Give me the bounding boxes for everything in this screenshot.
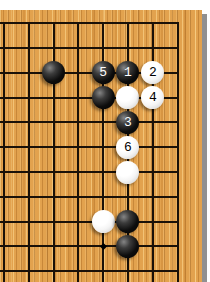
- intersection-R19[interactable]: [116, 11, 141, 36]
- intersection-Q12[interactable]: [91, 184, 116, 209]
- intersection-R17[interactable]: 1: [116, 60, 141, 85]
- move-number-2: 2: [141, 61, 164, 84]
- stone-white-r13: [116, 161, 139, 184]
- intersection-O10[interactable]: [41, 234, 66, 259]
- stone-black-q17: 5: [92, 61, 115, 84]
- intersection-T16[interactable]: [165, 85, 190, 110]
- intersection-R13[interactable]: [116, 160, 141, 185]
- intersection-M19[interactable]: [0, 11, 16, 36]
- intersection-M16[interactable]: [0, 85, 16, 110]
- stone-white-r14: 6: [116, 136, 139, 159]
- intersection-S17[interactable]: 2: [140, 60, 165, 85]
- intersection-O13[interactable]: [41, 160, 66, 185]
- intersection-N9[interactable]: [16, 259, 41, 282]
- intersection-P13[interactable]: [66, 160, 91, 185]
- move-number-4: 4: [141, 86, 164, 109]
- go-diagram: 512436: [0, 0, 210, 282]
- move-number-5: 5: [92, 61, 115, 84]
- intersection-Q17[interactable]: 5: [91, 60, 116, 85]
- intersection-O11[interactable]: [41, 209, 66, 234]
- intersection-S16[interactable]: 4: [140, 85, 165, 110]
- board-edge-shadow: [202, 14, 207, 282]
- intersection-M18[interactable]: [0, 36, 16, 61]
- intersection-R16[interactable]: [116, 85, 141, 110]
- intersection-R9[interactable]: [116, 259, 141, 282]
- intersection-O12[interactable]: [41, 184, 66, 209]
- intersection-O9[interactable]: [41, 259, 66, 282]
- intersection-M10[interactable]: [0, 234, 16, 259]
- intersection-M9[interactable]: [0, 259, 16, 282]
- intersection-M17[interactable]: [0, 60, 16, 85]
- stone-black-r15: 3: [116, 111, 139, 134]
- intersection-N12[interactable]: [16, 184, 41, 209]
- intersection-N13[interactable]: [16, 160, 41, 185]
- intersection-T10[interactable]: [165, 234, 190, 259]
- intersection-S9[interactable]: [140, 259, 165, 282]
- intersection-T14[interactable]: [165, 135, 190, 160]
- move-number-1: 1: [116, 61, 139, 84]
- intersection-R12[interactable]: [116, 184, 141, 209]
- intersection-S19[interactable]: [140, 11, 165, 36]
- intersection-T18[interactable]: [165, 36, 190, 61]
- intersection-T12[interactable]: [165, 184, 190, 209]
- intersection-T19[interactable]: [165, 11, 190, 36]
- intersection-M11[interactable]: [0, 209, 16, 234]
- intersection-P15[interactable]: [66, 110, 91, 135]
- intersection-Q18[interactable]: [91, 36, 116, 61]
- stone-black-q16: [92, 86, 115, 109]
- intersection-R10[interactable]: [116, 234, 141, 259]
- intersection-Q13[interactable]: [91, 160, 116, 185]
- stone-white-q11: [92, 210, 115, 233]
- intersection-P19[interactable]: [66, 11, 91, 36]
- intersection-O19[interactable]: [41, 11, 66, 36]
- intersection-Q10[interactable]: [91, 234, 116, 259]
- intersection-O16[interactable]: [41, 85, 66, 110]
- intersection-N10[interactable]: [16, 234, 41, 259]
- intersection-Q14[interactable]: [91, 135, 116, 160]
- intersection-O18[interactable]: [41, 36, 66, 61]
- intersection-Q11[interactable]: [91, 209, 116, 234]
- intersection-Q19[interactable]: [91, 11, 116, 36]
- intersection-N11[interactable]: [16, 209, 41, 234]
- intersection-R15[interactable]: 3: [116, 110, 141, 135]
- intersection-N19[interactable]: [16, 11, 41, 36]
- intersection-M14[interactable]: [0, 135, 16, 160]
- move-number-3: 3: [116, 111, 139, 134]
- intersection-P14[interactable]: [66, 135, 91, 160]
- intersection-Q15[interactable]: [91, 110, 116, 135]
- intersection-T17[interactable]: [165, 60, 190, 85]
- intersection-P16[interactable]: [66, 85, 91, 110]
- intersection-M15[interactable]: [0, 110, 16, 135]
- intersection-N15[interactable]: [16, 110, 41, 135]
- intersection-R11[interactable]: [116, 209, 141, 234]
- intersection-T9[interactable]: [165, 259, 190, 282]
- intersection-N18[interactable]: [16, 36, 41, 61]
- stone-black-r11: [116, 210, 139, 233]
- stone-black-r10: [116, 235, 139, 258]
- intersection-N14[interactable]: [16, 135, 41, 160]
- intersection-T11[interactable]: [165, 209, 190, 234]
- intersection-O15[interactable]: [41, 110, 66, 135]
- go-board: 512436: [0, 11, 190, 282]
- intersection-P11[interactable]: [66, 209, 91, 234]
- intersection-R14[interactable]: 6: [116, 135, 141, 160]
- stone-white-s16: 4: [141, 86, 164, 109]
- stone-white-r16: [116, 86, 139, 109]
- intersection-S10[interactable]: [140, 234, 165, 259]
- intersection-S11[interactable]: [140, 209, 165, 234]
- stone-black-o17: [42, 61, 65, 84]
- intersection-O14[interactable]: [41, 135, 66, 160]
- intersection-N17[interactable]: [16, 60, 41, 85]
- intersection-M12[interactable]: [0, 184, 16, 209]
- intersection-S14[interactable]: [140, 135, 165, 160]
- intersection-P17[interactable]: [66, 60, 91, 85]
- intersection-R18[interactable]: [116, 36, 141, 61]
- intersection-M13[interactable]: [0, 160, 16, 185]
- intersection-P9[interactable]: [66, 259, 91, 282]
- move-number-6: 6: [116, 136, 139, 159]
- intersection-P12[interactable]: [66, 184, 91, 209]
- intersection-P10[interactable]: [66, 234, 91, 259]
- intersection-S15[interactable]: [140, 110, 165, 135]
- intersection-S12[interactable]: [140, 184, 165, 209]
- intersection-S13[interactable]: [140, 160, 165, 185]
- star-point-q10: [100, 243, 107, 250]
- intersection-P18[interactable]: [66, 36, 91, 61]
- stone-white-s17: 2: [141, 61, 164, 84]
- intersection-Q16[interactable]: [91, 85, 116, 110]
- intersection-Q9[interactable]: [91, 259, 116, 282]
- intersection-T13[interactable]: [165, 160, 190, 185]
- stone-black-r17: 1: [116, 61, 139, 84]
- intersection-T15[interactable]: [165, 110, 190, 135]
- intersection-S18[interactable]: [140, 36, 165, 61]
- intersection-O17[interactable]: [41, 60, 66, 85]
- intersection-N16[interactable]: [16, 85, 41, 110]
